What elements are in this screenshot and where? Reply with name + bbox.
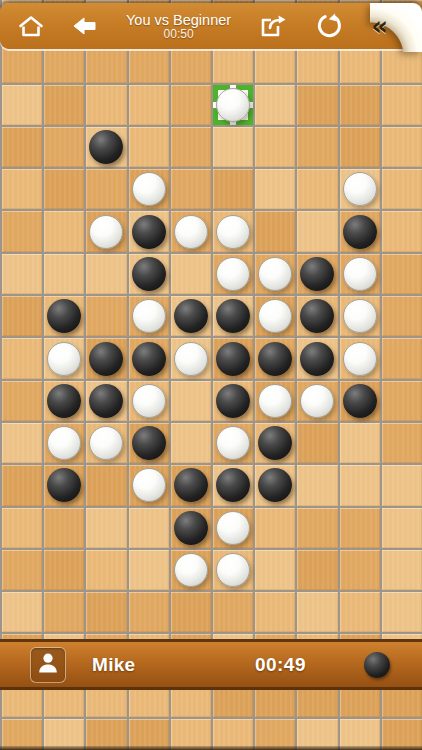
white-stone [343,172,377,206]
black-stone [132,426,166,460]
board-cell[interactable] [255,550,295,590]
board-cell[interactable] [86,508,126,548]
board-cell[interactable] [382,127,422,167]
board-cell[interactable] [129,592,169,632]
board-cell[interactable] [86,254,126,294]
board-cell[interactable] [44,254,84,294]
black-stone [300,257,334,291]
board-cell[interactable] [213,508,253,548]
board-cell[interactable] [129,508,169,548]
board-cell[interactable] [297,592,337,632]
black-stone [174,299,208,333]
black-stone [216,468,250,502]
board-cell[interactable] [171,338,211,378]
black-stone [89,384,123,418]
board-cell[interactable] [171,381,211,421]
white-stone [216,257,250,291]
black-stone [47,384,81,418]
white-stone [132,468,166,502]
board-cell[interactable] [340,423,380,463]
board-cell[interactable] [44,508,84,548]
white-stone [258,384,292,418]
board-cell[interactable] [171,592,211,632]
match-title: You vs Beginner [126,12,231,29]
white-stone [300,384,334,418]
white-stone [258,257,292,291]
restart-button[interactable] [316,13,342,39]
board-cell[interactable] [86,85,126,125]
board-cell[interactable] [340,85,380,125]
board-cell[interactable] [171,550,211,590]
board-cell[interactable] [44,85,84,125]
board-cell[interactable] [2,127,42,167]
board-cell[interactable] [213,338,253,378]
black-stone [89,342,123,376]
white-stone [132,299,166,333]
board-cell[interactable] [213,592,253,632]
player-name: Mike [92,654,255,676]
board-cell[interactable] [255,423,295,463]
board-cell[interactable] [2,592,42,632]
board-cell[interactable] [255,381,295,421]
board-cell[interactable] [171,508,211,548]
board-cell[interactable] [382,169,422,209]
board-cell[interactable] [2,508,42,548]
board-cell[interactable] [44,381,84,421]
board-cell[interactable] [255,169,295,209]
board-cell[interactable] [2,211,42,251]
white-stone [343,342,377,376]
board-cell[interactable] [297,127,337,167]
board-cell[interactable] [213,296,253,336]
board-cell[interactable] [2,169,42,209]
board-cell[interactable] [86,127,126,167]
player-move-timer: 00:49 [255,654,306,676]
white-stone [47,342,81,376]
board-cell[interactable] [340,211,380,251]
board-cell[interactable] [213,127,253,167]
share-icon [260,14,287,38]
board-cell[interactable] [340,338,380,378]
bottom-edge-shadow [0,746,422,750]
white-stone [132,384,166,418]
board-cell[interactable] [340,508,380,548]
board-cell[interactable] [171,211,211,251]
person-icon [36,651,60,679]
white-stone [216,426,250,460]
board-cell[interactable] [382,508,422,548]
board-cell[interactable] [129,127,169,167]
board-cell[interactable] [340,550,380,590]
board-cell[interactable] [297,296,337,336]
board-cell[interactable] [171,85,211,125]
board-cell[interactable] [171,127,211,167]
board-cell[interactable] [44,296,84,336]
black-stone [258,342,292,376]
board-cell[interactable] [213,550,253,590]
board-cell[interactable] [382,296,422,336]
board-cell[interactable] [255,296,295,336]
board-cell[interactable] [2,254,42,294]
board-cell[interactable] [297,550,337,590]
white-stone [132,172,166,206]
board-cell[interactable] [297,85,337,125]
board-cell[interactable] [297,211,337,251]
board-cell[interactable] [340,381,380,421]
white-stone [216,511,250,545]
board-cell[interactable] [213,169,253,209]
board-cell[interactable] [171,296,211,336]
board-cell[interactable] [297,381,337,421]
board-cell[interactable] [171,169,211,209]
board-cell[interactable] [382,381,422,421]
black-stone [343,384,377,418]
back-arrow-icon [73,17,97,35]
board-cell[interactable] [129,254,169,294]
board-cell[interactable] [255,465,295,505]
double-chevron-left-icon: « [371,13,388,39]
board-cell[interactable] [129,465,169,505]
white-stone [258,299,292,333]
black-stone [47,468,81,502]
white-stone [343,299,377,333]
black-stone [132,257,166,291]
board-cell[interactable] [213,211,253,251]
back-button[interactable] [73,17,97,35]
board-cell[interactable] [2,423,42,463]
board-cell[interactable] [297,338,337,378]
board-cell[interactable] [86,169,126,209]
board-cell[interactable] [382,254,422,294]
black-stone [343,215,377,249]
board-cell[interactable] [86,550,126,590]
board-cell[interactable] [340,169,380,209]
board-cell[interactable] [255,211,295,251]
match-timer: 00:50 [164,28,194,42]
board-cell[interactable] [297,169,337,209]
board-cell[interactable] [213,465,253,505]
board-cell[interactable] [44,127,84,167]
board-cell[interactable] [340,296,380,336]
white-stone [89,215,123,249]
board-cell[interactable] [86,592,126,632]
board-cell[interactable] [213,423,253,463]
board-cell[interactable] [297,465,337,505]
board-cell[interactable] [44,592,84,632]
home-icon [18,14,44,38]
board-cell[interactable] [86,338,126,378]
board-cell[interactable] [129,381,169,421]
board-cell[interactable] [382,423,422,463]
board-cell[interactable] [297,423,337,463]
board-cell[interactable] [44,550,84,590]
restart-icon [316,13,342,39]
board-cell[interactable] [382,338,422,378]
board-cell[interactable] [2,465,42,505]
board-cell[interactable] [44,211,84,251]
board-cell[interactable] [297,254,337,294]
board-cell[interactable] [255,592,295,632]
share-button[interactable] [260,14,287,38]
board-cell[interactable] [171,423,211,463]
white-stone [174,215,208,249]
black-stone [132,342,166,376]
board-cell[interactable] [213,254,253,294]
board-cell[interactable] [44,169,84,209]
black-stone [258,468,292,502]
board-cell[interactable] [129,338,169,378]
white-stone [174,342,208,376]
collapse-toolbar-button[interactable]: « [371,13,388,39]
board-cell[interactable] [255,254,295,294]
black-stone [216,384,250,418]
board-cell[interactable] [297,508,337,548]
white-stone [216,553,250,587]
home-button[interactable] [18,14,44,38]
board-cell[interactable] [340,254,380,294]
board-cell[interactable] [171,465,211,505]
board-cell[interactable] [382,465,422,505]
black-stone [300,342,334,376]
white-stone [216,215,250,249]
board-cell[interactable] [255,127,295,167]
board-cell[interactable] [2,550,42,590]
board-cell[interactable] [129,211,169,251]
board-cell[interactable] [255,85,295,125]
black-stone [132,215,166,249]
white-stone [47,426,81,460]
board-cell[interactable] [44,423,84,463]
board-cell[interactable] [255,508,295,548]
gomoku-board [0,0,422,750]
board-cell[interactable] [86,296,126,336]
board-cell[interactable] [340,465,380,505]
white-stone [174,553,208,587]
black-stone [300,299,334,333]
board-cell[interactable] [86,381,126,421]
board-cell[interactable] [213,381,253,421]
board-cell[interactable] [340,127,380,167]
app-screen: You vs Beginner 00:50 « [0,0,422,750]
board-cell[interactable] [2,381,42,421]
black-stone [216,299,250,333]
board-cell[interactable] [255,338,295,378]
board-cell[interactable] [382,211,422,251]
top-toolbar: You vs Beginner 00:50 « [0,3,422,49]
board-cell[interactable] [129,85,169,125]
board-cell[interactable] [2,338,42,378]
board-cell[interactable] [382,85,422,125]
board-cell[interactable] [171,254,211,294]
board-cell[interactable] [382,592,422,632]
black-stone [47,299,81,333]
match-title-block: You vs Beginner 00:50 [126,12,231,42]
last-move-cell[interactable] [213,85,253,125]
board-cell[interactable] [382,550,422,590]
black-stone [216,342,250,376]
board-cell[interactable] [2,296,42,336]
board-cell[interactable] [340,592,380,632]
board-cell[interactable] [129,423,169,463]
board-cell[interactable] [129,169,169,209]
black-stone [258,426,292,460]
white-stone [216,88,250,122]
board-cell[interactable] [86,211,126,251]
board-cell[interactable] [86,423,126,463]
turn-indicator-black-stone [364,652,390,678]
black-stone [174,511,208,545]
board-cell[interactable] [129,296,169,336]
board-cell[interactable] [129,550,169,590]
white-stone [89,426,123,460]
board-cell[interactable] [44,465,84,505]
player-avatar[interactable] [30,647,66,683]
board-cell[interactable] [86,465,126,505]
player-status-bar: Mike 00:49 [0,639,422,690]
black-stone [89,130,123,164]
board-cell[interactable] [44,338,84,378]
white-stone [343,257,377,291]
board-cell[interactable] [2,85,42,125]
black-stone [174,468,208,502]
